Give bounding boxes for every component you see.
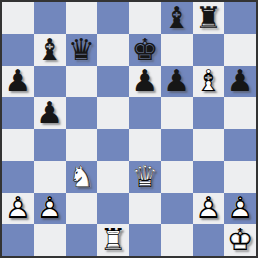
square-f3[interactable] bbox=[161, 161, 193, 193]
piece-black-pawn[interactable]: ♟ bbox=[163, 66, 190, 96]
square-c8[interactable] bbox=[66, 2, 98, 34]
piece-black-pawn[interactable]: ♟ bbox=[227, 66, 254, 96]
piece-white-bishop[interactable]: ♝♗ bbox=[195, 66, 222, 96]
square-c4[interactable] bbox=[66, 129, 98, 161]
chess-board: ♝♜♝♛♚♟♟♟♝♗♟♟♞♘♛♕♟♙♟♙♟♙♟♙♜♖♚♔ bbox=[0, 0, 258, 258]
piece-white-pawn[interactable]: ♟♙ bbox=[227, 193, 254, 223]
white-piece-outline-layer: ♖ bbox=[100, 225, 127, 255]
square-a1[interactable] bbox=[2, 224, 34, 256]
square-g8[interactable]: ♜ bbox=[193, 2, 225, 34]
square-g3[interactable] bbox=[193, 161, 225, 193]
piece-black-pawn[interactable]: ♟ bbox=[4, 66, 31, 96]
white-piece-outline-layer: ♘ bbox=[68, 162, 95, 192]
square-f7[interactable] bbox=[161, 34, 193, 66]
square-e7[interactable]: ♚ bbox=[129, 34, 161, 66]
square-h3[interactable] bbox=[224, 161, 256, 193]
white-piece-outline-layer: ♗ bbox=[195, 66, 222, 96]
piece-white-pawn[interactable]: ♟♙ bbox=[195, 193, 222, 223]
square-d2[interactable] bbox=[97, 193, 129, 225]
square-h4[interactable] bbox=[224, 129, 256, 161]
square-f5[interactable] bbox=[161, 97, 193, 129]
piece-white-king[interactable]: ♚♔ bbox=[227, 225, 254, 255]
piece-black-rook[interactable]: ♜ bbox=[195, 3, 222, 33]
square-h6[interactable]: ♟ bbox=[224, 66, 256, 98]
square-h1[interactable]: ♚♔ bbox=[224, 224, 256, 256]
piece-white-knight[interactable]: ♞♘ bbox=[68, 162, 95, 192]
white-piece-outline-layer: ♔ bbox=[227, 225, 254, 255]
square-d7[interactable] bbox=[97, 34, 129, 66]
square-c7[interactable]: ♛ bbox=[66, 34, 98, 66]
square-b3[interactable] bbox=[34, 161, 66, 193]
square-a2[interactable]: ♟♙ bbox=[2, 193, 34, 225]
square-d6[interactable] bbox=[97, 66, 129, 98]
square-e1[interactable] bbox=[129, 224, 161, 256]
piece-black-pawn[interactable]: ♟ bbox=[131, 66, 158, 96]
square-a7[interactable] bbox=[2, 34, 34, 66]
square-c2[interactable] bbox=[66, 193, 98, 225]
square-b2[interactable]: ♟♙ bbox=[34, 193, 66, 225]
square-a4[interactable] bbox=[2, 129, 34, 161]
square-g6[interactable]: ♝♗ bbox=[193, 66, 225, 98]
square-c1[interactable] bbox=[66, 224, 98, 256]
square-e6[interactable]: ♟ bbox=[129, 66, 161, 98]
square-g2[interactable]: ♟♙ bbox=[193, 193, 225, 225]
square-f1[interactable] bbox=[161, 224, 193, 256]
square-b4[interactable] bbox=[34, 129, 66, 161]
square-b7[interactable]: ♝ bbox=[34, 34, 66, 66]
square-a6[interactable]: ♟ bbox=[2, 66, 34, 98]
square-a3[interactable] bbox=[2, 161, 34, 193]
square-g1[interactable] bbox=[193, 224, 225, 256]
white-piece-outline-layer: ♕ bbox=[131, 162, 158, 192]
square-a8[interactable] bbox=[2, 2, 34, 34]
piece-black-bishop[interactable]: ♝ bbox=[163, 3, 190, 33]
white-piece-outline-layer: ♙ bbox=[36, 193, 63, 223]
square-b8[interactable] bbox=[34, 2, 66, 34]
square-b5[interactable]: ♟ bbox=[34, 97, 66, 129]
white-piece-outline-layer: ♙ bbox=[227, 193, 254, 223]
piece-black-bishop[interactable]: ♝ bbox=[36, 35, 63, 65]
white-piece-outline-layer: ♙ bbox=[4, 193, 31, 223]
square-d8[interactable] bbox=[97, 2, 129, 34]
square-a5[interactable] bbox=[2, 97, 34, 129]
square-g4[interactable] bbox=[193, 129, 225, 161]
square-c3[interactable]: ♞♘ bbox=[66, 161, 98, 193]
piece-white-queen[interactable]: ♛♕ bbox=[131, 162, 158, 192]
square-h2[interactable]: ♟♙ bbox=[224, 193, 256, 225]
square-c6[interactable] bbox=[66, 66, 98, 98]
piece-white-pawn[interactable]: ♟♙ bbox=[4, 193, 31, 223]
square-g7[interactable] bbox=[193, 34, 225, 66]
square-f2[interactable] bbox=[161, 193, 193, 225]
white-piece-outline-layer: ♙ bbox=[195, 193, 222, 223]
piece-black-queen[interactable]: ♛ bbox=[68, 35, 95, 65]
square-b1[interactable] bbox=[34, 224, 66, 256]
square-e4[interactable] bbox=[129, 129, 161, 161]
square-f4[interactable] bbox=[161, 129, 193, 161]
square-c5[interactable] bbox=[66, 97, 98, 129]
square-b6[interactable] bbox=[34, 66, 66, 98]
square-d5[interactable] bbox=[97, 97, 129, 129]
square-e8[interactable] bbox=[129, 2, 161, 34]
square-e5[interactable] bbox=[129, 97, 161, 129]
square-e2[interactable] bbox=[129, 193, 161, 225]
square-e3[interactable]: ♛♕ bbox=[129, 161, 161, 193]
square-h7[interactable] bbox=[224, 34, 256, 66]
piece-black-king[interactable]: ♚ bbox=[131, 35, 158, 65]
square-d1[interactable]: ♜♖ bbox=[97, 224, 129, 256]
square-d3[interactable] bbox=[97, 161, 129, 193]
square-h8[interactable] bbox=[224, 2, 256, 34]
square-h5[interactable] bbox=[224, 97, 256, 129]
piece-white-rook[interactable]: ♜♖ bbox=[100, 225, 127, 255]
piece-black-pawn[interactable]: ♟ bbox=[36, 98, 63, 128]
square-d4[interactable] bbox=[97, 129, 129, 161]
square-f6[interactable]: ♟ bbox=[161, 66, 193, 98]
square-f8[interactable]: ♝ bbox=[161, 2, 193, 34]
piece-white-pawn[interactable]: ♟♙ bbox=[36, 193, 63, 223]
square-g5[interactable] bbox=[193, 97, 225, 129]
